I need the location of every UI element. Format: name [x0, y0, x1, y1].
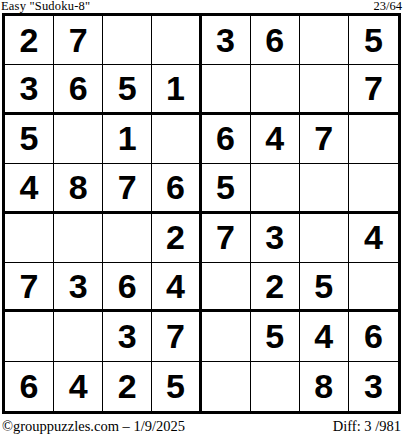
sudoku-board: 2736536517516474876527347364253754664258…	[2, 13, 401, 414]
cell-r1c2: 7	[54, 16, 103, 65]
cell-r6c7: 5	[300, 263, 349, 312]
cell-r6c5	[202, 263, 251, 312]
cell-r5c4: 2	[152, 214, 201, 263]
cell-r8c3: 2	[103, 362, 152, 411]
cell-r2c7	[300, 65, 349, 114]
cell-r4c6	[251, 164, 300, 213]
cell-r6c6: 2	[251, 263, 300, 312]
cell-r8c6	[251, 362, 300, 411]
cell-r6c1: 7	[5, 263, 54, 312]
cell-r5c7	[300, 214, 349, 263]
cell-r6c8	[349, 263, 398, 312]
cell-r5c8: 4	[349, 214, 398, 263]
cell-r1c7	[300, 16, 349, 65]
cell-r7c3: 3	[103, 312, 152, 361]
cell-r7c2	[54, 312, 103, 361]
cell-r4c2: 8	[54, 164, 103, 213]
puzzle-page: Easy "Sudoku-8" 23/64 273653651751647487…	[0, 0, 403, 437]
cell-r2c5	[202, 65, 251, 114]
cell-r4c8	[349, 164, 398, 213]
cell-r7c7: 4	[300, 312, 349, 361]
cell-r8c5	[202, 362, 251, 411]
cell-r7c8: 6	[349, 312, 398, 361]
cell-r1c3	[103, 16, 152, 65]
cell-r5c2	[54, 214, 103, 263]
cell-r5c3	[103, 214, 152, 263]
cell-r8c4: 5	[152, 362, 201, 411]
page-footer: ©grouppuzzles.com – 1/9/2025 Diff: 3 /98…	[0, 414, 403, 437]
cell-r8c8: 3	[349, 362, 398, 411]
cell-r4c4: 6	[152, 164, 201, 213]
cell-r4c3: 7	[103, 164, 152, 213]
cell-r7c4: 7	[152, 312, 201, 361]
cell-r5c6: 3	[251, 214, 300, 263]
page-title: Easy "Sudoku-8"	[1, 0, 90, 13]
cell-r8c2: 4	[54, 362, 103, 411]
cell-r6c4: 4	[152, 263, 201, 312]
cell-r3c6: 4	[251, 115, 300, 164]
footer-difficulty: Diff: 3 /981	[333, 418, 401, 435]
cell-r3c2	[54, 115, 103, 164]
cell-r7c1	[5, 312, 54, 361]
cell-r2c3: 5	[103, 65, 152, 114]
cell-r3c4	[152, 115, 201, 164]
cell-r1c1: 2	[5, 16, 54, 65]
cell-r3c8	[349, 115, 398, 164]
cell-r7c5	[202, 312, 251, 361]
cell-r4c7	[300, 164, 349, 213]
cell-r1c4	[152, 16, 201, 65]
cell-r2c4: 1	[152, 65, 201, 114]
cell-r3c1: 5	[5, 115, 54, 164]
cell-r2c8: 7	[349, 65, 398, 114]
empty-cell-counter: 23/64	[374, 0, 402, 13]
cell-r1c5: 3	[202, 16, 251, 65]
cell-r6c3: 6	[103, 263, 152, 312]
cell-r3c5: 6	[202, 115, 251, 164]
cell-r1c6: 6	[251, 16, 300, 65]
cell-r2c2: 6	[54, 65, 103, 114]
cell-r6c2: 3	[54, 263, 103, 312]
page-header: Easy "Sudoku-8" 23/64	[0, 0, 403, 13]
cell-r8c7: 8	[300, 362, 349, 411]
cell-r2c1: 3	[5, 65, 54, 114]
cell-r8c1: 6	[5, 362, 54, 411]
cell-r4c1: 4	[5, 164, 54, 213]
cell-r5c5: 7	[202, 214, 251, 263]
footer-credit: ©grouppuzzles.com – 1/9/2025	[2, 418, 185, 435]
cell-r4c5: 5	[202, 164, 251, 213]
cell-r1c8: 5	[349, 16, 398, 65]
cell-r3c3: 1	[103, 115, 152, 164]
cell-r7c6: 5	[251, 312, 300, 361]
cell-r2c6	[251, 65, 300, 114]
cell-r3c7: 7	[300, 115, 349, 164]
cell-r5c1	[5, 214, 54, 263]
